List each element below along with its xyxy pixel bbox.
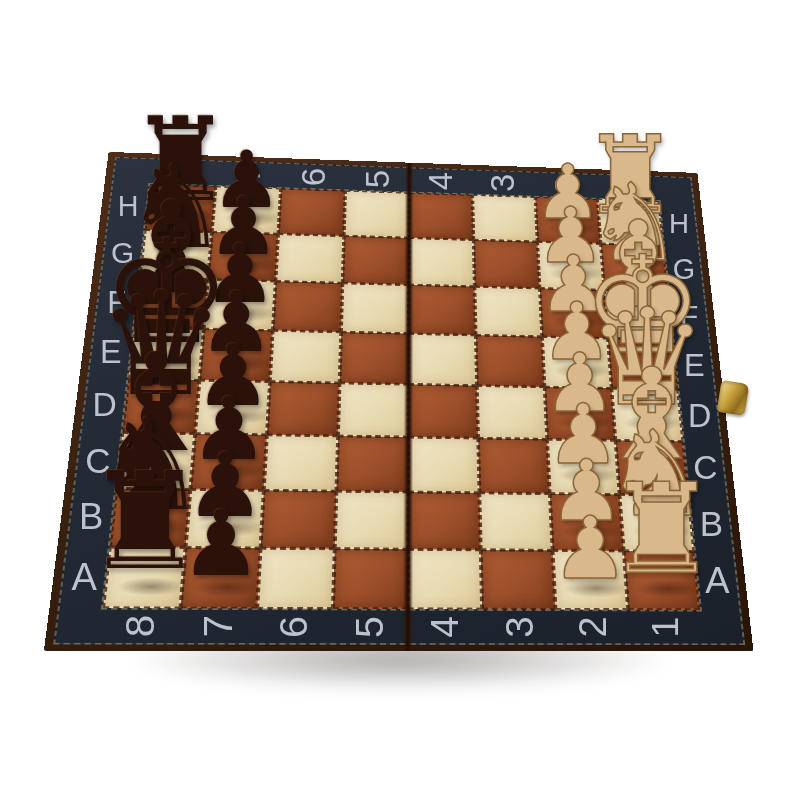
square-e4[interactable] (409, 334, 477, 386)
square-b4[interactable] (408, 492, 481, 550)
square-g4[interactable] (409, 238, 475, 287)
square-a5[interactable] (333, 549, 408, 609)
square-h5[interactable] (344, 191, 409, 238)
square-b3[interactable] (479, 493, 552, 551)
square-g3[interactable] (474, 240, 540, 288)
square-e6[interactable] (270, 330, 341, 383)
rank-label-bottom-8: 8 (120, 615, 161, 638)
rank-label-bottom-5: 5 (351, 616, 390, 638)
square-a3[interactable] (481, 550, 556, 610)
rank-label-bottom-2: 2 (574, 617, 612, 638)
piece-white-rook-a1[interactable]: ♜ (606, 466, 718, 591)
square-c4[interactable] (408, 437, 479, 493)
square-e3[interactable] (476, 335, 545, 387)
square-f6[interactable] (273, 281, 343, 332)
square-d4[interactable] (408, 384, 478, 438)
rank-label-top-3: 3 (487, 174, 520, 192)
rank-label-top-6: 6 (297, 167, 330, 186)
square-h4[interactable] (409, 193, 473, 240)
square-d6[interactable] (267, 382, 340, 436)
square-f4[interactable] (409, 285, 476, 335)
square-g6[interactable] (276, 234, 344, 283)
rank-label-bottom-4: 4 (426, 616, 465, 638)
square-h6[interactable] (278, 188, 345, 236)
square-f5[interactable] (341, 283, 409, 334)
square-f3[interactable] (475, 287, 542, 337)
square-a4[interactable] (408, 549, 482, 609)
square-d3[interactable] (477, 386, 547, 440)
square-b5[interactable] (335, 491, 409, 549)
square-g5[interactable] (343, 236, 409, 285)
rank-label-top-5: 5 (361, 170, 394, 188)
square-a6[interactable] (257, 548, 335, 609)
fold-seam (403, 163, 414, 652)
square-c3[interactable] (478, 438, 550, 494)
square-d5[interactable] (338, 383, 409, 437)
square-e5[interactable] (340, 332, 409, 384)
piece-black-pawn-a7[interactable]: ♟ (180, 498, 262, 589)
rank-label-bottom-6: 6 (275, 616, 315, 638)
rank-label-top-4: 4 (424, 172, 457, 190)
square-c5[interactable] (336, 436, 408, 492)
rank-label-bottom-3: 3 (500, 616, 538, 637)
rank-label-bottom-1: 1 (647, 617, 685, 638)
rank-label-bottom-7: 7 (198, 615, 238, 637)
square-c6[interactable] (264, 435, 338, 491)
brass-clasp (717, 380, 750, 416)
square-b6[interactable] (261, 490, 337, 548)
square-h3[interactable] (472, 195, 537, 242)
chess-set-product-photo: 8765432187654321HGFEDCBAHGFEDCBA ♜♟♟♜♞♟♟… (0, 0, 800, 800)
